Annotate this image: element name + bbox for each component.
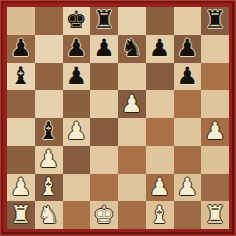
square-f6[interactable]: [146, 63, 174, 91]
square-d5[interactable]: [90, 90, 118, 118]
square-b1[interactable]: ♞: [35, 201, 63, 229]
square-f2[interactable]: ♟: [146, 174, 174, 202]
square-a5[interactable]: [7, 90, 35, 118]
square-g3[interactable]: [174, 146, 202, 174]
square-g5[interactable]: [174, 90, 202, 118]
square-h4[interactable]: ♟: [201, 118, 229, 146]
square-b7[interactable]: [35, 35, 63, 63]
square-c8[interactable]: ♚: [63, 7, 91, 35]
square-e7[interactable]: ♞: [118, 35, 146, 63]
black-pawn[interactable]: ♟: [149, 35, 171, 62]
square-c1[interactable]: [63, 201, 91, 229]
square-b6[interactable]: [35, 63, 63, 91]
square-a4[interactable]: [7, 118, 35, 146]
square-b2[interactable]: ♝: [35, 174, 63, 202]
square-a7[interactable]: ♟: [7, 35, 35, 63]
white-pawn[interactable]: ♟: [149, 174, 171, 201]
square-b4[interactable]: ♝: [35, 118, 63, 146]
white-pawn[interactable]: ♟: [121, 91, 143, 118]
square-f3[interactable]: [146, 146, 174, 174]
square-a6[interactable]: ♝: [7, 63, 35, 91]
square-c3[interactable]: [63, 146, 91, 174]
square-f1[interactable]: ♝: [146, 201, 174, 229]
black-pawn[interactable]: ♟: [177, 63, 199, 90]
black-bishop[interactable]: ♝: [10, 63, 32, 90]
square-f8[interactable]: [146, 7, 174, 35]
white-pawn[interactable]: ♟: [204, 118, 226, 145]
white-pawn[interactable]: ♟: [177, 174, 199, 201]
white-pawn[interactable]: ♟: [66, 118, 88, 145]
square-e2[interactable]: [118, 174, 146, 202]
white-pawn[interactable]: ♟: [38, 146, 60, 173]
square-h3[interactable]: [201, 146, 229, 174]
black-pawn[interactable]: ♟: [177, 35, 199, 62]
square-e1[interactable]: [118, 201, 146, 229]
black-rook[interactable]: ♜: [93, 7, 115, 34]
square-e3[interactable]: [118, 146, 146, 174]
black-pawn[interactable]: ♟: [66, 63, 88, 90]
square-d4[interactable]: [90, 118, 118, 146]
square-h7[interactable]: [201, 35, 229, 63]
white-bishop[interactable]: ♝: [149, 202, 171, 229]
square-e6[interactable]: [118, 63, 146, 91]
black-pawn[interactable]: ♟: [66, 35, 88, 62]
square-d1[interactable]: ♚: [90, 201, 118, 229]
square-g1[interactable]: [174, 201, 202, 229]
square-c4[interactable]: ♟: [63, 118, 91, 146]
square-h6[interactable]: [201, 63, 229, 91]
board-frame: ♚♜♜♟♟♟♞♟♟♝♟♟♟♝♟♟♟♟♝♟♟♜♞♚♝♜: [0, 0, 236, 236]
white-rook[interactable]: ♜: [10, 202, 32, 229]
black-bishop[interactable]: ♝: [38, 118, 60, 145]
black-pawn[interactable]: ♟: [10, 35, 32, 62]
square-g7[interactable]: ♟: [174, 35, 202, 63]
square-c7[interactable]: ♟: [63, 35, 91, 63]
square-d7[interactable]: ♟: [90, 35, 118, 63]
square-f5[interactable]: [146, 90, 174, 118]
square-e5[interactable]: ♟: [118, 90, 146, 118]
square-e4[interactable]: [118, 118, 146, 146]
square-h2[interactable]: [201, 174, 229, 202]
square-a8[interactable]: [7, 7, 35, 35]
square-a1[interactable]: ♜: [7, 201, 35, 229]
square-c6[interactable]: ♟: [63, 63, 91, 91]
square-h8[interactable]: ♜: [201, 7, 229, 35]
square-h5[interactable]: [201, 90, 229, 118]
black-knight[interactable]: ♞: [121, 35, 143, 62]
square-d2[interactable]: [90, 174, 118, 202]
square-g2[interactable]: ♟: [174, 174, 202, 202]
black-king[interactable]: ♚: [66, 7, 88, 34]
square-d8[interactable]: ♜: [90, 7, 118, 35]
white-bishop[interactable]: ♝: [38, 174, 60, 201]
white-rook[interactable]: ♜: [204, 202, 226, 229]
square-g6[interactable]: ♟: [174, 63, 202, 91]
white-king[interactable]: ♚: [93, 202, 115, 229]
square-f7[interactable]: ♟: [146, 35, 174, 63]
square-a3[interactable]: [7, 146, 35, 174]
black-pawn[interactable]: ♟: [93, 35, 115, 62]
square-d6[interactable]: [90, 63, 118, 91]
square-f4[interactable]: [146, 118, 174, 146]
black-rook[interactable]: ♜: [204, 7, 226, 34]
square-c2[interactable]: [63, 174, 91, 202]
square-e8[interactable]: [118, 7, 146, 35]
white-pawn[interactable]: ♟: [10, 174, 32, 201]
square-g8[interactable]: [174, 7, 202, 35]
square-a2[interactable]: ♟: [7, 174, 35, 202]
square-b5[interactable]: [35, 90, 63, 118]
square-c5[interactable]: [63, 90, 91, 118]
square-h1[interactable]: ♜: [201, 201, 229, 229]
white-knight[interactable]: ♞: [38, 202, 60, 229]
square-d3[interactable]: [90, 146, 118, 174]
square-b8[interactable]: [35, 7, 63, 35]
chess-board: ♚♜♜♟♟♟♞♟♟♝♟♟♟♝♟♟♟♟♝♟♟♜♞♚♝♜: [7, 7, 229, 229]
square-b3[interactable]: ♟: [35, 146, 63, 174]
square-g4[interactable]: [174, 118, 202, 146]
